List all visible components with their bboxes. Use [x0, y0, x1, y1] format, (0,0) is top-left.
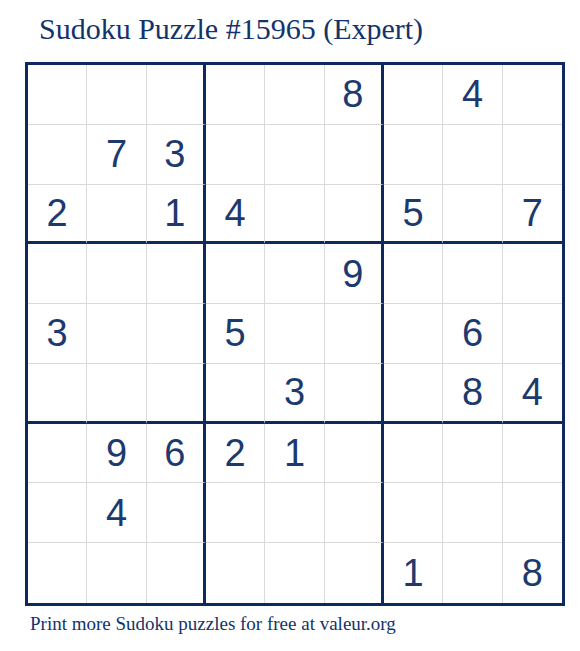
- sudoku-cell: [206, 364, 265, 424]
- sudoku-cell: [147, 244, 206, 304]
- sudoku-cell: 3: [147, 125, 206, 185]
- sudoku-cell: [265, 483, 324, 543]
- sudoku-cell: [503, 304, 562, 364]
- sudoku-cell: 4: [503, 364, 562, 424]
- sudoku-cell: [325, 185, 384, 245]
- sudoku-cell: 4: [443, 65, 502, 125]
- sudoku-cell: [87, 543, 146, 603]
- sudoku-cell: 7: [87, 125, 146, 185]
- sudoku-cell: [265, 125, 324, 185]
- sudoku-cell: [147, 65, 206, 125]
- sudoku-cell: [503, 483, 562, 543]
- sudoku-cell: [28, 424, 87, 484]
- sudoku-cell: 8: [443, 364, 502, 424]
- sudoku-cell: 9: [325, 244, 384, 304]
- sudoku-cell: [28, 244, 87, 304]
- sudoku-cell: [503, 424, 562, 484]
- sudoku-cell: 2: [28, 185, 87, 245]
- sudoku-cell: [384, 65, 443, 125]
- sudoku-cell: [443, 543, 502, 603]
- sudoku-cell: [265, 304, 324, 364]
- sudoku-cell: [325, 304, 384, 364]
- sudoku-cell: [325, 483, 384, 543]
- sudoku-cell: [265, 244, 324, 304]
- sudoku-cell: 8: [325, 65, 384, 125]
- sudoku-cell: [503, 65, 562, 125]
- sudoku-cell: 3: [265, 364, 324, 424]
- sudoku-cell: [325, 543, 384, 603]
- sudoku-cell: [443, 125, 502, 185]
- sudoku-cell: [325, 364, 384, 424]
- sudoku-cell: 9: [87, 424, 146, 484]
- sudoku-cell: [206, 65, 265, 125]
- sudoku-cell: [384, 424, 443, 484]
- sudoku-cell: [384, 364, 443, 424]
- sudoku-cell: [28, 543, 87, 603]
- sudoku-cell: [384, 244, 443, 304]
- sudoku-cell: [28, 125, 87, 185]
- sudoku-cell: 2: [206, 424, 265, 484]
- sudoku-cell: [443, 185, 502, 245]
- sudoku-cell: [206, 543, 265, 603]
- sudoku-cell: [147, 483, 206, 543]
- sudoku-cell: [384, 304, 443, 364]
- sudoku-cell: [87, 244, 146, 304]
- sudoku-cell: [265, 185, 324, 245]
- sudoku-cell: [206, 125, 265, 185]
- sudoku-cell: [443, 244, 502, 304]
- sudoku-cell: 5: [384, 185, 443, 245]
- sudoku-cell: 6: [443, 304, 502, 364]
- sudoku-cell: 8: [503, 543, 562, 603]
- sudoku-cell: [147, 543, 206, 603]
- sudoku-cell: [384, 125, 443, 185]
- sudoku-cell: [206, 483, 265, 543]
- sudoku-cell: [325, 125, 384, 185]
- sudoku-cell: [87, 65, 146, 125]
- sudoku-cell: [443, 424, 502, 484]
- sudoku-cell: 1: [147, 185, 206, 245]
- sudoku-cell: [28, 483, 87, 543]
- sudoku-cell: 5: [206, 304, 265, 364]
- sudoku-cell: [265, 65, 324, 125]
- sudoku-cell: 3: [28, 304, 87, 364]
- sudoku-cell: [28, 65, 87, 125]
- sudoku-cell: [503, 125, 562, 185]
- sudoku-cell: 1: [384, 543, 443, 603]
- footer-text: Print more Sudoku puzzles for free at va…: [30, 613, 396, 635]
- sudoku-cell: 1: [265, 424, 324, 484]
- sudoku-cell: 6: [147, 424, 206, 484]
- sudoku-cell: [147, 304, 206, 364]
- sudoku-cell: [325, 424, 384, 484]
- page-title: Sudoku Puzzle #15965 (Expert): [39, 12, 423, 46]
- sudoku-cell: 4: [87, 483, 146, 543]
- sudoku-cell: [443, 483, 502, 543]
- sudoku-cell: 7: [503, 185, 562, 245]
- sudoku-grid: 84732145793563849621418: [25, 62, 565, 606]
- sudoku-cell: [87, 185, 146, 245]
- sudoku-cell: [206, 244, 265, 304]
- sudoku-cell: [147, 364, 206, 424]
- sudoku-cell: 4: [206, 185, 265, 245]
- sudoku-cell: [265, 543, 324, 603]
- sudoku-cell: [87, 304, 146, 364]
- sudoku-cell: [87, 364, 146, 424]
- sudoku-cell: [28, 364, 87, 424]
- sudoku-cell: [384, 483, 443, 543]
- sudoku-cell: [503, 244, 562, 304]
